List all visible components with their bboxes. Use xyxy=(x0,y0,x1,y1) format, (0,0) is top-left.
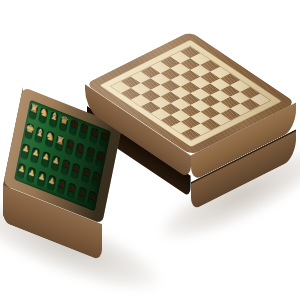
stored-piece-black-king: ♚ xyxy=(95,150,106,163)
stored-piece-black-rook: ♜ xyxy=(99,130,110,143)
product-photo-chess-box: ♜♞♝♛♛♝♞♜♚♝♞♜♜♞♝♚♟♟♟♟♟♟♟♟♟♟♟♟♟♟♟♟ xyxy=(0,0,300,300)
